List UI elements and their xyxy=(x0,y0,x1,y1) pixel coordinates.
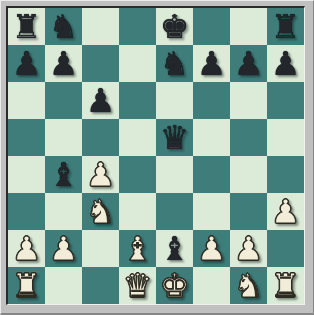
square-c1[interactable] xyxy=(82,267,119,304)
square-h2[interactable] xyxy=(267,230,304,267)
piece-black-pawn: ♟ xyxy=(234,45,264,82)
piece-black-rook: ♜ xyxy=(271,8,301,45)
piece-white-pawn: ♟ xyxy=(86,156,116,193)
square-f6[interactable] xyxy=(193,82,230,119)
piece-black-queen: ♛ xyxy=(160,119,190,156)
piece-white-pawn: ♟ xyxy=(12,230,42,267)
square-f3[interactable] xyxy=(193,193,230,230)
square-g3[interactable] xyxy=(230,193,267,230)
square-c2[interactable] xyxy=(82,230,119,267)
piece-white-queen: ♛ xyxy=(123,267,153,304)
square-g2[interactable]: ♟ xyxy=(230,230,267,267)
square-e2[interactable]: ♝ xyxy=(156,230,193,267)
piece-black-pawn: ♟ xyxy=(49,45,79,82)
piece-white-pawn: ♟ xyxy=(271,193,301,230)
square-h3[interactable]: ♟ xyxy=(267,193,304,230)
square-g5[interactable] xyxy=(230,119,267,156)
square-d5[interactable] xyxy=(119,119,156,156)
square-c3[interactable]: ♞ xyxy=(82,193,119,230)
square-b2[interactable]: ♟ xyxy=(45,230,82,267)
piece-white-bishop: ♝ xyxy=(123,230,153,267)
square-e4[interactable] xyxy=(156,156,193,193)
square-e3[interactable] xyxy=(156,193,193,230)
square-d7[interactable] xyxy=(119,45,156,82)
square-h8[interactable]: ♜ xyxy=(267,8,304,45)
chess-board: ♜♞♚♜♟♟♞♟♟♟♟♛♝♟♞♟♟♟♝♝♟♟♜♛♚♞♜ xyxy=(6,6,305,305)
square-g4[interactable] xyxy=(230,156,267,193)
piece-black-bishop: ♝ xyxy=(160,230,190,267)
square-h6[interactable] xyxy=(267,82,304,119)
piece-white-king: ♚ xyxy=(160,267,190,304)
piece-white-knight: ♞ xyxy=(234,267,264,304)
square-d6[interactable] xyxy=(119,82,156,119)
square-a1[interactable]: ♜ xyxy=(8,267,45,304)
piece-black-pawn: ♟ xyxy=(12,45,42,82)
piece-black-pawn: ♟ xyxy=(271,45,301,82)
square-g7[interactable]: ♟ xyxy=(230,45,267,82)
piece-white-pawn: ♟ xyxy=(49,230,79,267)
piece-white-pawn: ♟ xyxy=(234,230,264,267)
square-f5[interactable] xyxy=(193,119,230,156)
piece-white-pawn: ♟ xyxy=(197,230,227,267)
square-d2[interactable]: ♝ xyxy=(119,230,156,267)
square-a2[interactable]: ♟ xyxy=(8,230,45,267)
square-a4[interactable] xyxy=(8,156,45,193)
square-h1[interactable]: ♜ xyxy=(267,267,304,304)
piece-white-rook: ♜ xyxy=(271,267,301,304)
square-b7[interactable]: ♟ xyxy=(45,45,82,82)
piece-black-bishop: ♝ xyxy=(49,156,79,193)
square-e6[interactable] xyxy=(156,82,193,119)
square-b5[interactable] xyxy=(45,119,82,156)
square-b4[interactable]: ♝ xyxy=(45,156,82,193)
square-e7[interactable]: ♞ xyxy=(156,45,193,82)
square-c5[interactable] xyxy=(82,119,119,156)
piece-black-rook: ♜ xyxy=(12,8,42,45)
square-c6[interactable]: ♟ xyxy=(82,82,119,119)
square-g8[interactable] xyxy=(230,8,267,45)
square-b6[interactable] xyxy=(45,82,82,119)
square-a6[interactable] xyxy=(8,82,45,119)
piece-black-king: ♚ xyxy=(160,8,190,45)
square-a5[interactable] xyxy=(8,119,45,156)
chess-board-panel: ♜♞♚♜♟♟♞♟♟♟♟♛♝♟♞♟♟♟♝♝♟♟♜♛♚♞♜ xyxy=(0,0,314,315)
square-e1[interactable]: ♚ xyxy=(156,267,193,304)
square-b1[interactable] xyxy=(45,267,82,304)
piece-black-knight: ♞ xyxy=(49,8,79,45)
square-a7[interactable]: ♟ xyxy=(8,45,45,82)
square-c8[interactable] xyxy=(82,8,119,45)
piece-black-pawn: ♟ xyxy=(86,82,116,119)
square-b8[interactable]: ♞ xyxy=(45,8,82,45)
square-e5[interactable]: ♛ xyxy=(156,119,193,156)
square-h4[interactable] xyxy=(267,156,304,193)
square-f2[interactable]: ♟ xyxy=(193,230,230,267)
square-e8[interactable]: ♚ xyxy=(156,8,193,45)
square-g1[interactable]: ♞ xyxy=(230,267,267,304)
piece-black-pawn: ♟ xyxy=(197,45,227,82)
piece-white-knight: ♞ xyxy=(86,193,116,230)
square-a3[interactable] xyxy=(8,193,45,230)
square-c4[interactable]: ♟ xyxy=(82,156,119,193)
square-a8[interactable]: ♜ xyxy=(8,8,45,45)
square-h7[interactable]: ♟ xyxy=(267,45,304,82)
square-d4[interactable] xyxy=(119,156,156,193)
square-f7[interactable]: ♟ xyxy=(193,45,230,82)
piece-black-knight: ♞ xyxy=(160,45,190,82)
square-d3[interactable] xyxy=(119,193,156,230)
square-c7[interactable] xyxy=(82,45,119,82)
square-f4[interactable] xyxy=(193,156,230,193)
square-b3[interactable] xyxy=(45,193,82,230)
square-h5[interactable] xyxy=(267,119,304,156)
square-d1[interactable]: ♛ xyxy=(119,267,156,304)
piece-white-rook: ♜ xyxy=(12,267,42,304)
square-f1[interactable] xyxy=(193,267,230,304)
square-f8[interactable] xyxy=(193,8,230,45)
square-g6[interactable] xyxy=(230,82,267,119)
square-d8[interactable] xyxy=(119,8,156,45)
